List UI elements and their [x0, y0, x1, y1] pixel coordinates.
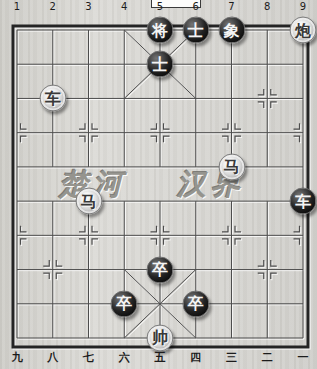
file-label-bottom: 四 [186, 352, 206, 363]
piece-black-advisor[interactable]: 士 [147, 51, 174, 78]
file-label-top: 4 [114, 1, 134, 12]
file-label-top: 1 [7, 1, 27, 12]
file-label-bottom: 八 [43, 352, 63, 363]
file-label-top: 3 [79, 1, 99, 12]
xiangqi-board-app: 楚河 汉界 123456789 九八七六五四三二一 将士象炮士车马马车卒卒卒帅 [0, 0, 317, 369]
piece-black-elephant[interactable]: 象 [218, 17, 245, 44]
piece-black-advisor[interactable]: 士 [182, 17, 209, 44]
file-label-top: 6 [186, 1, 206, 12]
file-label-top: 5 [150, 1, 170, 12]
file-label-bottom: 九 [7, 352, 27, 363]
file-label-top: 8 [257, 1, 277, 12]
file-label-bottom: 七 [79, 352, 99, 363]
piece-red-cannon[interactable]: 炮 [290, 17, 317, 44]
file-label-bottom: 六 [114, 352, 134, 363]
piece-black-soldier[interactable]: 卒 [147, 256, 174, 283]
piece-black-general[interactable]: 将 [147, 17, 174, 44]
file-label-bottom: 五 [150, 352, 170, 363]
piece-red-chariot[interactable]: 车 [39, 85, 66, 112]
file-label-top: 7 [222, 1, 242, 12]
file-label-top: 2 [43, 1, 63, 12]
piece-black-chariot[interactable]: 车 [290, 188, 317, 215]
piece-black-soldier[interactable]: 卒 [111, 290, 138, 317]
file-label-bottom: 一 [293, 352, 313, 363]
file-label-top: 9 [293, 1, 313, 12]
piece-red-horse[interactable]: 马 [75, 188, 102, 215]
piece-black-soldier[interactable]: 卒 [182, 290, 209, 317]
file-label-bottom: 三 [222, 352, 242, 363]
piece-red-horse[interactable]: 马 [218, 153, 245, 180]
piece-red-general[interactable]: 帅 [147, 324, 174, 351]
file-label-bottom: 二 [257, 352, 277, 363]
